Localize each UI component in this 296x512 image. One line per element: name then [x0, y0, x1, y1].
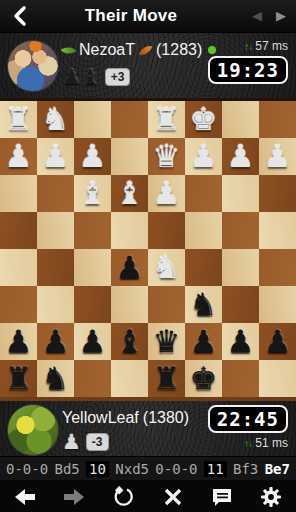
square-g6[interactable] — [37, 286, 74, 323]
captured-bB-icon: ♝ — [81, 65, 100, 89]
captured-bP-icon: ♟ — [62, 65, 81, 89]
piece-bR[interactable]: ♜ — [0, 360, 37, 397]
square-h8[interactable]: ♜ — [0, 360, 37, 397]
square-g4[interactable] — [37, 212, 74, 249]
square-b5[interactable] — [222, 249, 259, 286]
square-c3[interactable] — [185, 175, 222, 212]
piece-bR[interactable]: ♜ — [148, 360, 185, 397]
square-e7[interactable]: ♝ — [111, 323, 148, 360]
square-e6[interactable] — [111, 286, 148, 323]
square-b2[interactable]: ♟ — [222, 138, 259, 175]
bottom-toolbar — [0, 480, 296, 512]
player-rating: (1380) — [143, 409, 189, 427]
square-b4[interactable] — [222, 212, 259, 249]
square-h7[interactable]: ♟ — [0, 323, 37, 360]
redo-forward-button[interactable] — [57, 480, 91, 512]
square-g5[interactable] — [37, 249, 74, 286]
square-e5[interactable]: ♟ — [111, 249, 148, 286]
square-a1[interactable] — [259, 101, 296, 138]
piece-bP[interactable]: ♟ — [259, 323, 296, 360]
square-f4[interactable] — [74, 212, 111, 249]
settings-button[interactable] — [254, 480, 288, 512]
player-ping-value: 51 ms — [255, 436, 288, 450]
square-g7[interactable]: ♟ — [37, 323, 74, 360]
board-frame: ♜♞♜♚♟♟♟♛♟♟♟♝♝♟♟♞♞♟♟♟♝♛♟♟♟♜♞♜♚ — [0, 98, 296, 401]
opponent-ping-value: 57 ms — [255, 39, 288, 53]
square-d3[interactable]: ♟ — [148, 175, 185, 212]
square-h6[interactable] — [0, 286, 37, 323]
square-g3[interactable] — [37, 175, 74, 212]
opponent-captured-pieces: ♟♝ +3 — [62, 65, 130, 89]
page-title: Their Move — [40, 6, 222, 26]
chess-board[interactable]: ♜♞♜♚♟♟♟♛♟♟♟♝♝♟♟♞♞♟♟♟♝♛♟♟♟♜♞♜♚ — [0, 101, 296, 397]
green-leaf-icon — [61, 43, 77, 57]
square-g8[interactable]: ♞ — [37, 360, 74, 397]
piece-wR[interactable]: ♜ — [148, 101, 185, 138]
piece-wP[interactable]: ♟ — [222, 138, 259, 175]
square-c6[interactable]: ♞ — [185, 286, 222, 323]
move-number: 11 — [204, 461, 227, 477]
player-panel: YellowLeaf (1380) ♟ -3 22:45 ↑ ↓ 51 ms — [0, 401, 296, 456]
square-d1[interactable]: ♜ — [148, 101, 185, 138]
opponent-ping: ↑ ↓ 57 ms — [244, 39, 288, 53]
move-token: 0-0-0 — [6, 461, 48, 477]
square-h1[interactable]: ♜ — [0, 101, 37, 138]
square-e4[interactable] — [111, 212, 148, 249]
player-ping: ↑ ↓ 51 ms — [244, 436, 288, 450]
move-token: Be7 — [265, 461, 290, 477]
piece-bP[interactable]: ♟ — [111, 249, 148, 286]
opponent-clock: 19:23 — [208, 56, 288, 84]
opponent-name-line: NezoaT (1283) — [62, 41, 216, 59]
piece-bN[interactable]: ♞ — [185, 286, 222, 323]
piece-bP[interactable]: ♟ — [74, 323, 111, 360]
opponent-avatar[interactable] — [7, 40, 59, 92]
piece-wP[interactable]: ♟ — [259, 138, 296, 175]
square-a3[interactable] — [259, 175, 296, 212]
opponent-right-column: ↑ ↓ 57 ms 19:23 — [208, 39, 288, 84]
settings-gear-icon — [260, 486, 282, 508]
piece-bN[interactable]: ♞ — [37, 360, 74, 397]
captured-wP-icon: ♟ — [62, 430, 81, 454]
opponent-panel: NezoaT (1283) ♟♝ +3 ↑ ↓ 57 ms 19:23 — [0, 33, 296, 98]
piece-wN[interactable]: ♞ — [37, 101, 74, 138]
square-g1[interactable]: ♞ — [37, 101, 74, 138]
move-token: Bd5 — [54, 461, 79, 477]
square-f5[interactable] — [74, 249, 111, 286]
player-clock: 22:45 — [208, 405, 288, 433]
piece-bB[interactable]: ♝ — [111, 323, 148, 360]
opponent-rating: (1283) — [156, 41, 202, 59]
move-number: 10 — [86, 461, 109, 477]
chat-bubble-icon — [211, 487, 233, 507]
ping-down-arrow-icon: ↓ — [248, 41, 253, 52]
square-e3[interactable]: ♝ — [111, 175, 148, 212]
piece-wB[interactable]: ♝ — [74, 175, 111, 212]
material-deficit-badge: -3 — [86, 433, 109, 451]
piece-wP[interactable]: ♟ — [37, 138, 74, 175]
square-e8[interactable] — [111, 360, 148, 397]
player-name-line: YellowLeaf (1380) — [62, 409, 189, 427]
ping-down-arrow-icon: ↓ — [248, 438, 253, 449]
piece-wK[interactable]: ♚ — [185, 101, 222, 138]
move-list[interactable]: 0-0-0Bd510Nxd50-0-011Bf3Be7 — [0, 456, 296, 480]
player-avatar[interactable] — [7, 404, 59, 456]
square-f8[interactable] — [74, 360, 111, 397]
close-x-icon — [163, 487, 183, 507]
square-c4[interactable] — [185, 212, 222, 249]
chat-button[interactable] — [205, 480, 239, 512]
move-token: 0-0-0 — [155, 461, 197, 477]
square-f3[interactable]: ♝ — [74, 175, 111, 212]
square-h4[interactable] — [0, 212, 37, 249]
piece-bQ[interactable]: ♛ — [148, 323, 185, 360]
square-c8[interactable]: ♚ — [185, 360, 222, 397]
square-d6[interactable] — [148, 286, 185, 323]
square-e1[interactable] — [111, 101, 148, 138]
square-c5[interactable] — [185, 249, 222, 286]
piece-wR[interactable]: ♜ — [0, 101, 37, 138]
undo-back-button[interactable] — [8, 480, 42, 512]
prev-move-icon[interactable]: ◀ — [252, 0, 262, 32]
square-b6[interactable] — [222, 286, 259, 323]
piece-bP[interactable]: ♟ — [0, 323, 37, 360]
back-arrow-icon — [13, 488, 37, 506]
material-advantage-badge: +3 — [105, 68, 131, 86]
square-d8[interactable]: ♜ — [148, 360, 185, 397]
square-h3[interactable] — [0, 175, 37, 212]
square-b3[interactable] — [222, 175, 259, 212]
forward-arrow-icon — [62, 488, 86, 506]
piece-wP[interactable]: ♟ — [148, 175, 185, 212]
player-name: YellowLeaf — [62, 409, 139, 427]
piece-bP[interactable]: ♟ — [37, 323, 74, 360]
move-token: Nxd5 — [115, 461, 149, 477]
square-c1[interactable]: ♚ — [185, 101, 222, 138]
square-f2[interactable]: ♟ — [74, 138, 111, 175]
square-b7[interactable]: ♟ — [222, 323, 259, 360]
chess-app-screen: Their Move ◀ ▶ NezoaT (1283) ♟♝ +3 ↑ ↓ 5… — [0, 0, 296, 512]
square-c7[interactable]: ♟ — [185, 323, 222, 360]
back-chevron-icon — [11, 5, 29, 27]
opponent-name: NezoaT — [79, 41, 135, 59]
square-a8[interactable] — [259, 360, 296, 397]
square-h5[interactable] — [0, 249, 37, 286]
square-b1[interactable] — [222, 101, 259, 138]
piece-wP[interactable]: ♟ — [185, 138, 222, 175]
piece-wB[interactable]: ♝ — [111, 175, 148, 212]
square-a2[interactable]: ♟ — [259, 138, 296, 175]
square-h2[interactable]: ♟ — [0, 138, 37, 175]
piece-wP[interactable]: ♟ — [74, 138, 111, 175]
piece-bK[interactable]: ♚ — [185, 360, 222, 397]
next-move-icon[interactable]: ▶ — [276, 0, 286, 32]
captured-piece-icons: ♟ — [62, 430, 81, 454]
piece-bP[interactable]: ♟ — [222, 323, 259, 360]
back-button[interactable] — [0, 0, 40, 32]
replay-rotate-icon — [112, 486, 134, 508]
orange-leaf-icon — [139, 42, 153, 58]
move-nav-arrows: ◀ ▶ — [222, 0, 296, 32]
square-d7[interactable]: ♛ — [148, 323, 185, 360]
square-a4[interactable] — [259, 212, 296, 249]
top-bar: Their Move ◀ ▶ — [0, 0, 296, 33]
square-c2[interactable]: ♟ — [185, 138, 222, 175]
square-e2[interactable] — [111, 138, 148, 175]
square-d2[interactable]: ♛ — [148, 138, 185, 175]
square-b8[interactable] — [222, 360, 259, 397]
square-a6[interactable] — [259, 286, 296, 323]
piece-wP[interactable]: ♟ — [0, 138, 37, 175]
piece-wQ[interactable]: ♛ — [148, 138, 185, 175]
piece-wN[interactable]: ♞ — [148, 249, 185, 286]
captured-piece-icons: ♟♝ — [62, 65, 100, 89]
square-f1[interactable] — [74, 101, 111, 138]
square-f6[interactable] — [74, 286, 111, 323]
square-a7[interactable]: ♟ — [259, 323, 296, 360]
square-d5[interactable]: ♞ — [148, 249, 185, 286]
move-token: Bf3 — [233, 461, 258, 477]
replay-rotate-button[interactable] — [106, 480, 140, 512]
square-a5[interactable] — [259, 249, 296, 286]
player-captured-pieces: ♟ -3 — [62, 430, 109, 454]
piece-bP[interactable]: ♟ — [185, 323, 222, 360]
player-right-column: 22:45 ↑ ↓ 51 ms — [208, 405, 288, 450]
square-f7[interactable]: ♟ — [74, 323, 111, 360]
square-g2[interactable]: ♟ — [37, 138, 74, 175]
square-d4[interactable] — [148, 212, 185, 249]
close-abort-button[interactable] — [156, 480, 190, 512]
